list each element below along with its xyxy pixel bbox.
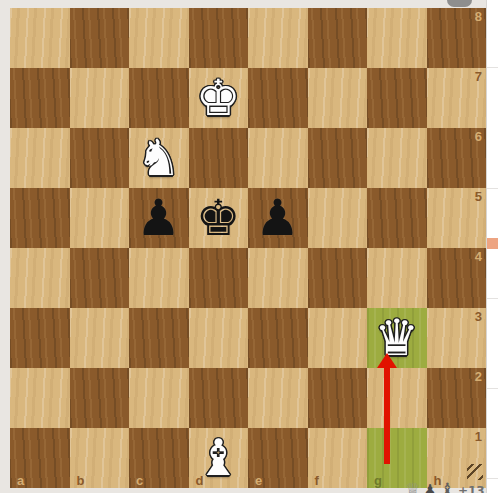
square-a5[interactable]	[10, 188, 70, 248]
square-f4[interactable]	[308, 248, 368, 308]
square-b1[interactable]: b	[70, 428, 130, 488]
rank-label-2: 2	[475, 370, 482, 383]
square-h8[interactable]: 8	[427, 8, 487, 68]
white-knight[interactable]: ♞	[129, 128, 189, 188]
square-e6[interactable]	[248, 128, 308, 188]
captured-pieces-row: ♕ ♟ ♝ +13	[405, 480, 485, 493]
square-e4[interactable]	[248, 248, 308, 308]
square-f3[interactable]	[308, 308, 368, 368]
square-c7[interactable]	[129, 68, 189, 128]
file-label-e: e	[255, 474, 262, 487]
rank-label-3: 3	[475, 310, 482, 323]
file-label-g: g	[374, 474, 382, 487]
file-label-f: f	[315, 474, 319, 487]
material-advantage-label: +13	[458, 484, 485, 493]
captured-queen-icon: ♕	[405, 480, 420, 493]
square-a1[interactable]: a	[10, 428, 70, 488]
square-a4[interactable]	[10, 248, 70, 308]
square-h3[interactable]: 3	[427, 308, 487, 368]
square-d2[interactable]	[189, 368, 249, 428]
white-king[interactable]: ♚	[189, 68, 249, 128]
square-c8[interactable]	[129, 8, 189, 68]
clipped-top-icon	[447, 0, 472, 7]
square-f8[interactable]	[308, 8, 368, 68]
file-label-b: b	[77, 474, 85, 487]
file-label-c: c	[136, 474, 143, 487]
square-d8[interactable]	[189, 8, 249, 68]
square-a7[interactable]	[10, 68, 70, 128]
board-resize-handle[interactable]	[467, 464, 483, 480]
file-label-a: a	[17, 474, 24, 487]
square-a2[interactable]	[10, 368, 70, 428]
panel-divider	[487, 67, 498, 68]
square-g2[interactable]	[367, 368, 427, 428]
square-c3[interactable]	[129, 308, 189, 368]
square-e8[interactable]	[248, 8, 308, 68]
square-b8[interactable]	[70, 8, 130, 68]
square-f7[interactable]	[308, 68, 368, 128]
square-d6[interactable]	[189, 128, 249, 188]
square-b2[interactable]	[70, 368, 130, 428]
square-g4[interactable]	[367, 248, 427, 308]
black-king[interactable]: ♚	[189, 188, 249, 248]
square-f1[interactable]: f	[308, 428, 368, 488]
square-b4[interactable]	[70, 248, 130, 308]
square-g6[interactable]	[367, 128, 427, 188]
square-d3[interactable]	[189, 308, 249, 368]
square-c1[interactable]: c	[129, 428, 189, 488]
selected-move-highlight[interactable]	[487, 238, 498, 249]
square-e3[interactable]	[248, 308, 308, 368]
rank-label-5: 5	[475, 190, 482, 203]
square-f2[interactable]	[308, 368, 368, 428]
square-b6[interactable]	[70, 128, 130, 188]
square-a8[interactable]	[10, 8, 70, 68]
square-d4[interactable]	[189, 248, 249, 308]
captured-bishop-icon: ♝	[440, 480, 455, 493]
panel-divider	[487, 478, 498, 479]
move-arrow-head	[377, 353, 397, 368]
rank-label-4: 4	[475, 250, 482, 263]
square-g8[interactable]	[367, 8, 427, 68]
rank-label-7: 7	[475, 70, 482, 83]
square-g7[interactable]	[367, 68, 427, 128]
square-c2[interactable]	[129, 368, 189, 428]
square-c4[interactable]	[129, 248, 189, 308]
square-b3[interactable]	[70, 308, 130, 368]
chess-board[interactable]: 8765432abcdefgh1♚♞♟♚♟♛♝	[10, 8, 486, 488]
square-h2[interactable]: 2	[427, 368, 487, 428]
square-f5[interactable]	[308, 188, 368, 248]
rank-label-1: 1	[475, 430, 482, 443]
white-bishop[interactable]: ♝	[189, 428, 249, 488]
square-f6[interactable]	[308, 128, 368, 188]
panel-divider	[487, 188, 498, 189]
panel-divider	[487, 388, 498, 389]
square-h5[interactable]: 5	[427, 188, 487, 248]
black-pawn[interactable]: ♟	[248, 188, 308, 248]
square-a6[interactable]	[10, 128, 70, 188]
rank-label-8: 8	[475, 10, 482, 23]
square-e2[interactable]	[248, 368, 308, 428]
rank-label-6: 6	[475, 130, 482, 143]
square-b5[interactable]	[70, 188, 130, 248]
square-h6[interactable]: 6	[427, 128, 487, 188]
move-list-panel[interactable]	[486, 0, 498, 493]
square-h7[interactable]: 7	[427, 68, 487, 128]
black-pawn[interactable]: ♟	[129, 188, 189, 248]
square-g5[interactable]	[367, 188, 427, 248]
square-h4[interactable]: 4	[427, 248, 487, 308]
chess-app-page: 8765432abcdefgh1♚♞♟♚♟♛♝ ♕ ♟ ♝ +13	[0, 0, 498, 493]
move-arrow-shaft	[384, 367, 391, 464]
square-a3[interactable]	[10, 308, 70, 368]
square-e1[interactable]: e	[248, 428, 308, 488]
panel-divider	[487, 298, 498, 299]
square-b7[interactable]	[70, 68, 130, 128]
captured-pawn-icon: ♟	[423, 481, 436, 493]
square-e7[interactable]	[248, 68, 308, 128]
